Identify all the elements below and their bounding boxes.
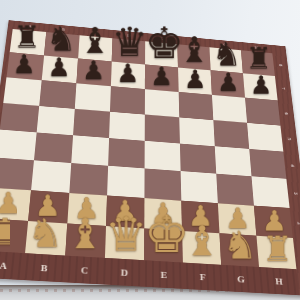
square-f6 bbox=[179, 92, 214, 120]
square-d5 bbox=[109, 111, 145, 140]
top-file-label-c: C bbox=[94, 31, 98, 35]
file-label-e: E bbox=[160, 270, 167, 280]
square-d7: ♟ bbox=[111, 62, 145, 89]
top-file-label-a: A bbox=[28, 24, 32, 28]
top-file-label-f: F bbox=[192, 40, 195, 44]
piece-black-bishop: ♝ bbox=[78, 24, 112, 59]
square-h3 bbox=[252, 176, 290, 207]
square-f3 bbox=[181, 171, 218, 203]
square-h7: ♟ bbox=[243, 73, 278, 100]
square-b1: ♞ bbox=[25, 221, 67, 256]
rank-label-4: 4 bbox=[289, 164, 296, 167]
piece-black-pawn: ♟ bbox=[178, 67, 212, 92]
square-d3 bbox=[107, 166, 144, 198]
square-h6 bbox=[245, 97, 280, 125]
square-e4 bbox=[145, 141, 181, 171]
piece-white-king: ♚ bbox=[144, 209, 183, 260]
file-label-a: A bbox=[0, 260, 8, 270]
piece-white-bishop: ♝ bbox=[65, 214, 105, 256]
square-g5 bbox=[213, 120, 249, 149]
file-label-c: C bbox=[81, 265, 89, 275]
square-b5 bbox=[37, 106, 75, 136]
board-grid: ♜♞♝♛♚♝♞♜♟♟♟♟♟♟♟♟♟♟♟♟♟♟♟♟♜♞♝♛♚♝♞♜ bbox=[0, 29, 296, 269]
piece-white-rook: ♜ bbox=[258, 232, 296, 267]
square-g3 bbox=[216, 174, 254, 205]
piece-black-rook: ♜ bbox=[243, 44, 276, 73]
piece-white-knight: ♞ bbox=[25, 213, 65, 253]
piece-black-pawn: ♟ bbox=[77, 57, 111, 83]
square-c1: ♝ bbox=[65, 223, 106, 258]
square-a6 bbox=[3, 77, 41, 106]
square-g4 bbox=[215, 146, 252, 176]
file-label-b: B bbox=[40, 263, 48, 273]
square-c7: ♟ bbox=[76, 59, 111, 86]
piece-white-knight: ♞ bbox=[221, 226, 260, 265]
file-label-g: G bbox=[237, 274, 245, 284]
top-file-label-h: H bbox=[254, 46, 258, 50]
square-a4 bbox=[0, 130, 37, 161]
square-e7: ♟ bbox=[145, 65, 179, 92]
piece-black-pawn: ♟ bbox=[145, 64, 179, 89]
square-b4 bbox=[34, 132, 73, 163]
square-d4 bbox=[108, 138, 145, 169]
chess-board: ABCDEFGH ♜♞♝♛♚♝♞♜♟♟♟♟♟♟♟♟♟♟♟♟♟♟♟♟♜♞♝♛♚♝♞… bbox=[0, 20, 300, 296]
piece-black-pawn: ♟ bbox=[244, 72, 277, 97]
square-g1: ♞ bbox=[219, 233, 259, 267]
rank-label-5: 5 bbox=[286, 137, 293, 140]
square-f4 bbox=[180, 144, 216, 174]
piece-black-pawn: ♟ bbox=[7, 51, 42, 77]
file-label-d: D bbox=[121, 267, 128, 277]
piece-black-pawn: ♟ bbox=[212, 70, 246, 95]
square-d1: ♛ bbox=[105, 226, 144, 261]
piece-white-queen: ♛ bbox=[105, 210, 144, 257]
piece-black-knight: ♞ bbox=[210, 38, 243, 71]
square-f7: ♟ bbox=[178, 68, 212, 95]
rank-label-7: 7 bbox=[280, 87, 287, 90]
square-a5 bbox=[0, 103, 39, 133]
rank-label-6: 6 bbox=[283, 112, 290, 115]
piece-black-pawn: ♟ bbox=[111, 61, 145, 87]
photo-background: ABCDEFGH ♜♞♝♛♚♝♞♜♟♟♟♟♟♟♟♟♟♟♟♟♟♟♟♟♜♞♝♛♚♝♞… bbox=[0, 0, 300, 300]
square-g7: ♟ bbox=[211, 70, 245, 97]
rank-label-8: 8 bbox=[277, 64, 284, 67]
square-c4 bbox=[71, 135, 109, 166]
square-c5 bbox=[73, 109, 110, 139]
square-h5 bbox=[247, 123, 283, 152]
piece-white-rook: ♜ bbox=[0, 214, 25, 250]
square-f5 bbox=[179, 117, 215, 146]
square-a1: ♜ bbox=[0, 218, 28, 253]
file-label-f: F bbox=[199, 272, 205, 282]
top-file-label-g: G bbox=[223, 43, 227, 47]
square-g6 bbox=[212, 95, 247, 123]
board-scene: ABCDEFGH ♜♞♝♛♚♝♞♜♟♟♟♟♟♟♟♟♟♟♟♟♟♟♟♟♜♞♝♛♚♝♞… bbox=[0, 0, 300, 300]
square-e1: ♚ bbox=[144, 228, 183, 262]
square-d6 bbox=[110, 86, 145, 114]
piece-black-king: ♚ bbox=[145, 22, 178, 65]
square-b6 bbox=[39, 80, 76, 109]
top-file-label-e: E bbox=[160, 37, 163, 41]
top-file-label-d: D bbox=[127, 34, 131, 38]
top-file-label-b: B bbox=[62, 28, 66, 32]
square-h4 bbox=[249, 149, 286, 179]
square-e5 bbox=[145, 114, 180, 143]
square-b7: ♟ bbox=[42, 56, 78, 83]
file-label-h: H bbox=[275, 276, 283, 286]
square-c6 bbox=[75, 83, 111, 111]
rank-label-2: 2 bbox=[296, 221, 300, 224]
square-e3 bbox=[144, 169, 181, 201]
piece-black-pawn: ♟ bbox=[42, 54, 77, 80]
rank-label-1: 1 bbox=[299, 252, 300, 255]
square-e6 bbox=[145, 89, 179, 117]
square-a7: ♟ bbox=[7, 52, 45, 80]
square-h1: ♜ bbox=[256, 235, 296, 269]
rank-label-3: 3 bbox=[292, 192, 299, 195]
piece-black-queen: ♛ bbox=[112, 22, 145, 62]
